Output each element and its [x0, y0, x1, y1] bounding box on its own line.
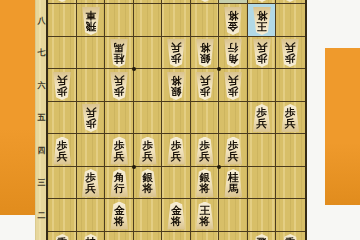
koma-kanji: 歩 — [114, 140, 125, 151]
square-4-8[interactable] — [134, 4, 163, 37]
koma-kanji: 兵 — [114, 75, 125, 86]
koma-kanji: 歩 — [114, 86, 125, 97]
komadai-right — [325, 48, 360, 205]
koma-kanji: 兵 — [257, 42, 268, 53]
star-point — [217, 165, 221, 169]
koma-kanji: 金 — [114, 205, 125, 216]
square-4-7[interactable] — [134, 37, 163, 70]
koma-kanji: 将 — [200, 42, 211, 53]
square-2-7[interactable] — [77, 37, 106, 70]
koma-kanji: 角 — [228, 53, 239, 64]
koma-kanji: 桂 — [114, 53, 125, 64]
square-9-6[interactable] — [276, 69, 305, 102]
square-9-8[interactable] — [276, 4, 305, 37]
koma-kanji: 行 — [228, 42, 239, 53]
koma-kanji: 将 — [171, 75, 182, 86]
koma-kanji: 歩 — [171, 53, 182, 64]
koma-kanji: 歩 — [200, 86, 211, 97]
koma-kanji: 兵 — [200, 75, 211, 86]
koma-kanji: 兵 — [228, 151, 239, 162]
koma-kanji: 兵 — [228, 75, 239, 86]
koma-kanji: 歩 — [86, 118, 97, 129]
koma-kanji: 兵 — [171, 151, 182, 162]
koma-kanji: 馬 — [114, 42, 125, 53]
square-6-8[interactable] — [191, 4, 220, 37]
square-8-2[interactable] — [248, 199, 277, 232]
square-8-3[interactable] — [248, 167, 277, 200]
square-1-3[interactable] — [48, 167, 77, 200]
koma-kanji: 歩 — [171, 140, 182, 151]
koma-kanji: 銀 — [171, 86, 182, 97]
square-1-5[interactable] — [48, 102, 77, 135]
komadai-left — [0, 0, 35, 215]
square-5-3[interactable] — [162, 167, 191, 200]
koma-kanji: 将 — [200, 216, 211, 227]
koma-kanji: 兵 — [285, 118, 296, 129]
square-4-1[interactable] — [134, 232, 163, 240]
koma-kanji: 歩 — [228, 140, 239, 151]
square-4-6[interactable] — [134, 69, 163, 102]
square-9-4[interactable] — [276, 134, 305, 167]
koma-kanji: 将 — [228, 10, 239, 21]
square-8-4[interactable] — [248, 134, 277, 167]
square-2-6[interactable] — [77, 69, 106, 102]
square-4-2[interactable] — [134, 199, 163, 232]
star-point — [132, 165, 136, 169]
koma-kanji: 兵 — [57, 151, 68, 162]
koma-kanji: 兵 — [114, 151, 125, 162]
koma-kanji: 将 — [200, 183, 211, 194]
square-5-1[interactable] — [162, 232, 191, 240]
square-7-1[interactable] — [219, 232, 248, 240]
koma-kanji: 飛 — [86, 21, 97, 32]
shogi-app-screenshot: 八七六五四三二 香車金将桂馬香車飛車金将王将桂馬歩兵銀将角行歩兵歩兵歩兵歩兵銀将… — [0, 0, 360, 240]
square-5-8[interactable] — [162, 4, 191, 37]
koma-kanji: 将 — [114, 216, 125, 227]
koma-kanji: 金 — [171, 205, 182, 216]
koma-kanji: 歩 — [57, 86, 68, 97]
square-3-8[interactable] — [105, 4, 134, 37]
square-9-3[interactable] — [276, 167, 305, 200]
komadai-left-surface — [0, 0, 35, 215]
square-1-8[interactable] — [48, 4, 77, 37]
shogi-board[interactable]: 香車金将桂馬香車飛車金将王将桂馬歩兵銀将角行歩兵歩兵歩兵歩兵銀将歩兵歩兵歩兵歩兵… — [46, 0, 307, 240]
koma-kanji: 銀 — [200, 53, 211, 64]
koma-kanji: 馬 — [228, 183, 239, 194]
koma-kanji: 歩 — [228, 86, 239, 97]
square-9-2[interactable] — [276, 199, 305, 232]
koma-kanji: 王 — [257, 21, 268, 32]
koma-kanji: 車 — [86, 10, 97, 21]
koma-kanji: 兵 — [200, 151, 211, 162]
koma-kanji: 将 — [257, 10, 268, 21]
square-6-1[interactable] — [191, 232, 220, 240]
koma-kanji: 金 — [228, 21, 239, 32]
square-8-6[interactable] — [248, 69, 277, 102]
koma-kanji: 兵 — [86, 183, 97, 194]
koma-kanji: 王 — [200, 205, 211, 216]
koma-kanji: 兵 — [171, 42, 182, 53]
komadai-right-surface — [325, 48, 360, 205]
square-3-1[interactable] — [105, 232, 134, 240]
square-4-5[interactable] — [134, 102, 163, 135]
square-1-2[interactable] — [48, 199, 77, 232]
koma-kanji: 歩 — [257, 53, 268, 64]
koma-kanji: 歩 — [285, 53, 296, 64]
koma-kanji: 兵 — [57, 75, 68, 86]
koma-kanji: 兵 — [285, 42, 296, 53]
koma-kanji: 兵 — [257, 118, 268, 129]
star-point — [217, 67, 221, 71]
square-5-5[interactable] — [162, 102, 191, 135]
star-point — [132, 67, 136, 71]
koma-kanji: 将 — [143, 183, 154, 194]
square-2-2[interactable] — [77, 199, 106, 232]
koma-kanji: 歩 — [57, 140, 68, 151]
koma-kanji: 歩 — [143, 140, 154, 151]
koma-kanji: 兵 — [86, 107, 97, 118]
square-7-5[interactable] — [219, 102, 248, 135]
square-1-7[interactable] — [48, 37, 77, 70]
square-7-2[interactable] — [219, 199, 248, 232]
square-2-4[interactable] — [77, 134, 106, 167]
square-3-5[interactable] — [105, 102, 134, 135]
koma-kanji: 将 — [171, 216, 182, 227]
koma-kanji: 兵 — [143, 151, 154, 162]
square-6-5[interactable] — [191, 102, 220, 135]
koma-kanji: 行 — [114, 183, 125, 194]
koma-kanji: 歩 — [200, 140, 211, 151]
